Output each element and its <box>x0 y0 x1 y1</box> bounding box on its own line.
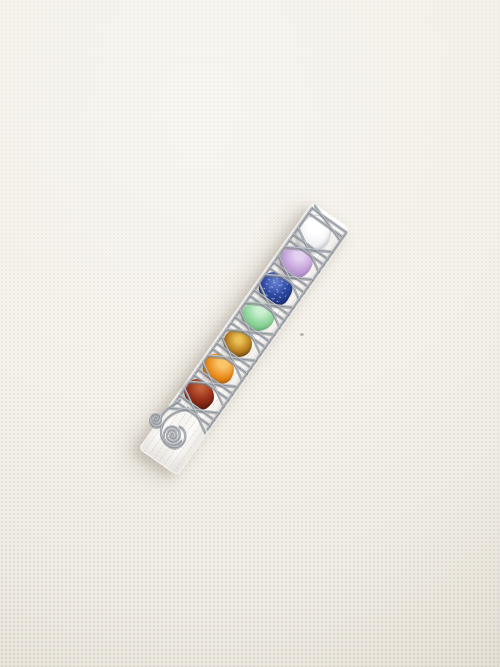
photo-background <box>0 0 500 667</box>
dust-speck <box>300 333 304 336</box>
